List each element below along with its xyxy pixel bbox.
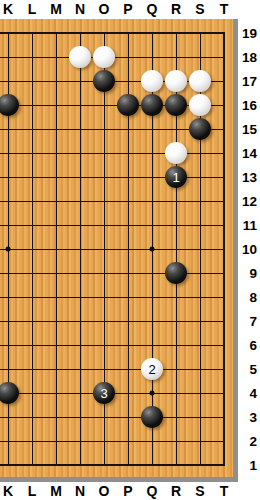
stone-black-P16[interactable]: [117, 94, 139, 116]
stone-white-Q5[interactable]: 2: [141, 358, 163, 380]
stone-black-O17[interactable]: [93, 70, 115, 92]
column-labels-top-R: R: [171, 1, 181, 18]
stone-white-S16[interactable]: [189, 94, 211, 116]
row-label-12: 12: [242, 194, 257, 209]
stone-black-R13[interactable]: 1: [165, 166, 187, 188]
column-labels-bottom-S: S: [195, 483, 204, 500]
row-label-15: 15: [242, 122, 257, 137]
column-labels-bottom-N: N: [75, 483, 85, 500]
star-point-K10: [6, 247, 11, 252]
row-label-11: 11: [243, 218, 257, 233]
stone-black-O4[interactable]: 3: [93, 382, 115, 404]
grid-line-row-19: [0, 32, 225, 34]
grid-line-col-M: [56, 32, 57, 466]
grid-line-row-14: [0, 153, 225, 154]
row-label-7: 7: [249, 314, 257, 329]
star-point-Q10: [150, 247, 155, 252]
row-label-5: 5: [249, 362, 257, 377]
column-labels-top-N: N: [75, 1, 85, 18]
go-diagram: KLMNOPQRST 123 1918171615141312111098765…: [0, 0, 260, 500]
stone-white-N18[interactable]: [69, 46, 91, 68]
row-labels-right: 19181716151413121110987654321: [238, 0, 260, 500]
row-label-10: 10: [242, 242, 257, 257]
grid-line-col-L: [32, 32, 33, 466]
grid-line-row-3: [0, 417, 225, 418]
stone-black-S15[interactable]: [189, 118, 211, 140]
stone-black-R16[interactable]: [165, 94, 187, 116]
stone-white-R17[interactable]: [165, 70, 187, 92]
stone-black-Q3[interactable]: [141, 406, 163, 428]
row-label-17: 17: [242, 74, 257, 89]
row-label-16: 16: [242, 98, 257, 113]
grid-line-row-7: [0, 321, 225, 322]
row-label-19: 19: [242, 26, 257, 41]
stone-black-R9[interactable]: [165, 262, 187, 284]
stone-black-K4[interactable]: [0, 382, 19, 404]
grid-line-row-12: [0, 201, 225, 202]
grid-line-col-T: [223, 32, 225, 466]
go-board[interactable]: 123: [0, 19, 233, 477]
column-labels-bottom-P: P: [123, 483, 132, 500]
grid-line-row-2: [0, 441, 225, 442]
grid-line-row-6: [0, 345, 225, 346]
stone-white-R14[interactable]: [165, 142, 187, 164]
row-label-14: 14: [242, 146, 257, 161]
grid-line-row-5: [0, 369, 225, 370]
grid-line-col-N: [80, 32, 81, 466]
column-labels-top-K: K: [3, 1, 13, 18]
column-labels-top-P: P: [123, 1, 132, 18]
stone-white-Q17[interactable]: [141, 70, 163, 92]
column-labels-top: KLMNOPQRST: [0, 0, 260, 19]
column-labels-bottom-O: O: [99, 483, 110, 500]
grid-line-row-8: [0, 297, 225, 298]
stone-black-Q16[interactable]: [141, 94, 163, 116]
column-labels-top-T: T: [220, 1, 229, 18]
column-labels-bottom: KLMNOPQRST: [0, 482, 260, 500]
column-labels-bottom-K: K: [3, 483, 13, 500]
row-label-18: 18: [242, 50, 257, 65]
row-label-6: 6: [249, 338, 257, 353]
column-labels-bottom-Q: Q: [147, 483, 158, 500]
star-point-Q4: [150, 391, 155, 396]
row-label-8: 8: [249, 290, 257, 305]
column-labels-top-M: M: [50, 1, 62, 18]
row-label-9: 9: [249, 266, 257, 281]
column-labels-bottom-T: T: [220, 483, 229, 500]
column-labels-bottom-L: L: [28, 483, 37, 500]
column-labels-bottom-R: R: [171, 483, 181, 500]
column-labels-top-Q: Q: [147, 1, 158, 18]
column-labels-bottom-M: M: [50, 483, 62, 500]
grid-line-row-10: [0, 249, 225, 250]
grid-line-row-13: [0, 177, 225, 178]
grid-line-row-1: [0, 464, 225, 466]
row-label-3: 3: [249, 410, 257, 425]
row-label-4: 4: [249, 386, 257, 401]
row-label-13: 13: [242, 170, 257, 185]
stone-black-K16[interactable]: [0, 94, 19, 116]
column-labels-top-L: L: [28, 1, 37, 18]
column-labels-top-S: S: [195, 1, 204, 18]
row-label-1: 1: [249, 458, 257, 473]
stone-white-S17[interactable]: [189, 70, 211, 92]
stone-white-O18[interactable]: [93, 46, 115, 68]
grid-line-row-11: [0, 225, 225, 226]
grid-line-row-9: [0, 273, 225, 274]
column-labels-top-O: O: [99, 1, 110, 18]
row-label-2: 2: [249, 434, 257, 449]
